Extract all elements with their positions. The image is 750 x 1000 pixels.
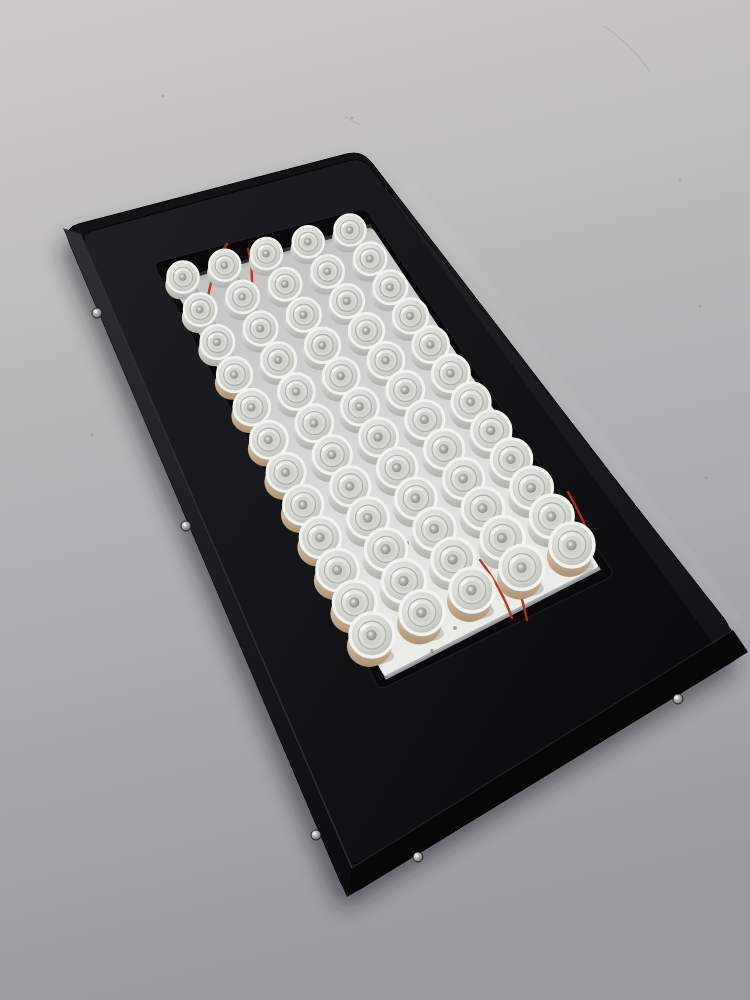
led-die-glint xyxy=(344,299,347,302)
led-die-glint xyxy=(264,251,267,254)
surface-speck xyxy=(698,304,701,307)
led-die-glint xyxy=(428,342,431,345)
led-die-glint xyxy=(422,417,425,420)
led-unit-r12c2 xyxy=(397,591,444,645)
led-die-glint xyxy=(320,343,323,346)
led-die-glint xyxy=(348,228,351,231)
screw-glint xyxy=(415,854,418,857)
led-die-glint xyxy=(294,389,297,392)
led-die-glint xyxy=(351,599,355,603)
solder-dot xyxy=(453,626,457,630)
led-die-glint xyxy=(300,502,304,506)
led-die-glint xyxy=(357,404,360,407)
screw xyxy=(413,852,423,862)
led-die-glint xyxy=(408,313,411,316)
led-unit-r12c4 xyxy=(497,546,544,600)
led-die-glint xyxy=(460,476,464,480)
surface-speck xyxy=(90,433,93,436)
led-die-glint xyxy=(364,328,367,331)
led-die-glint xyxy=(365,515,369,519)
led-die-glint xyxy=(249,405,252,408)
led-die-glint xyxy=(215,340,218,343)
surface-speck xyxy=(161,94,164,97)
led-die-glint xyxy=(413,495,417,499)
screw-glint xyxy=(94,310,97,313)
solder-dot xyxy=(430,649,434,653)
led-die-glint xyxy=(468,399,471,402)
led-die-glint xyxy=(283,282,286,285)
led-panel-scene xyxy=(0,0,750,1000)
surface-speck xyxy=(350,116,353,119)
led-die-glint xyxy=(383,546,387,550)
led-die-glint xyxy=(401,578,405,582)
led-die-glint xyxy=(450,556,454,560)
led-die-glint xyxy=(222,263,225,266)
led-panel-product-photo xyxy=(0,0,750,1000)
screw-glint xyxy=(183,523,186,526)
led-die-glint xyxy=(431,526,435,530)
led-die-glint xyxy=(388,285,391,288)
led-die-glint xyxy=(528,485,532,489)
led-die-glint xyxy=(338,373,341,376)
led-die-glint xyxy=(266,437,269,440)
screw xyxy=(181,521,191,531)
led-die-glint xyxy=(383,358,386,361)
led-unit-r12c5 xyxy=(547,523,594,577)
led-die-glint xyxy=(181,275,184,278)
led-die-glint xyxy=(368,632,372,636)
led-die-glint xyxy=(468,587,472,591)
led-die-glint xyxy=(548,513,552,517)
led-die-glint xyxy=(488,428,492,432)
led-die-glint xyxy=(347,483,351,487)
led-die-glint xyxy=(317,535,321,539)
led-die-glint xyxy=(198,307,201,310)
screw xyxy=(92,308,102,318)
led-die-glint xyxy=(508,456,512,460)
led-die-glint xyxy=(441,446,445,450)
led-die-glint xyxy=(394,465,398,469)
screw xyxy=(673,694,683,704)
led-die-glint xyxy=(276,358,279,361)
screw-glint xyxy=(313,832,316,835)
led-die-glint xyxy=(499,535,503,539)
led-die-glint xyxy=(448,371,451,374)
led-unit-r12c3 xyxy=(447,568,494,622)
led-die-glint xyxy=(325,269,328,272)
surface-speck xyxy=(704,476,707,479)
led-die-glint xyxy=(283,470,286,473)
surface-speck xyxy=(678,178,681,181)
led-die-glint xyxy=(329,452,332,455)
screw-glint xyxy=(675,696,678,699)
led-die-glint xyxy=(240,295,243,298)
led-die-glint xyxy=(368,256,371,259)
led-die-glint xyxy=(480,505,484,509)
led-die-glint xyxy=(258,326,261,329)
led-unit-r12c1 xyxy=(347,613,394,667)
led-die-glint xyxy=(232,372,235,375)
led-die-glint xyxy=(518,564,522,568)
led-die-glint xyxy=(301,312,304,315)
led-die-glint xyxy=(311,421,314,424)
led-die-glint xyxy=(306,240,309,243)
screw xyxy=(311,830,321,840)
led-die-glint xyxy=(568,542,572,546)
led-die-glint xyxy=(418,609,422,613)
led-die-glint xyxy=(334,567,338,571)
led-die-glint xyxy=(376,434,379,437)
led-die-glint xyxy=(402,387,405,390)
